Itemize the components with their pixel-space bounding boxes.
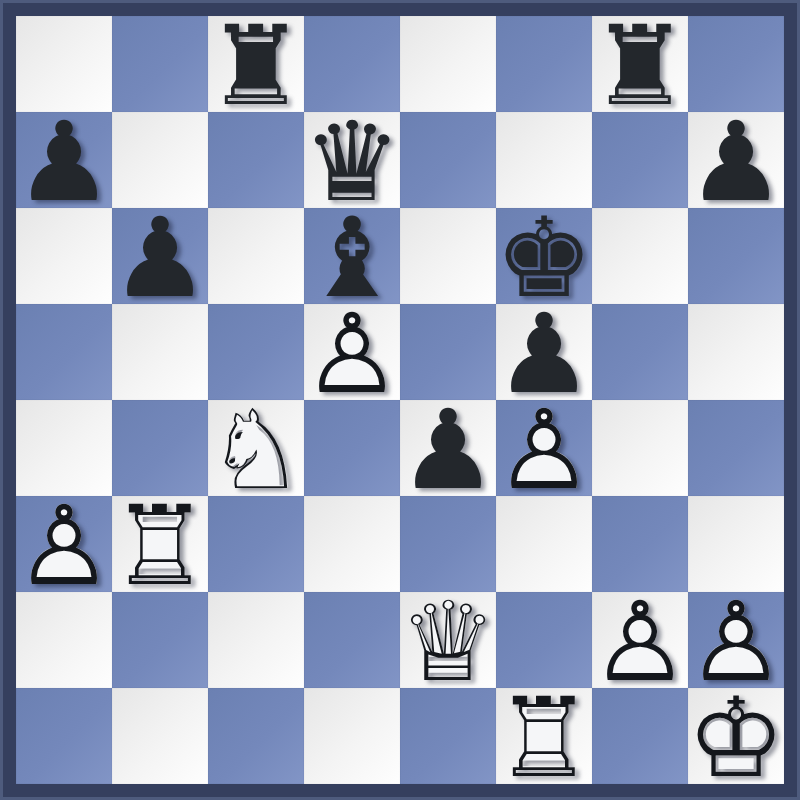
black-rook-icon: ♜ — [592, 18, 688, 114]
square-a7[interactable]: ♟ — [16, 112, 112, 208]
square-b7[interactable] — [112, 112, 208, 208]
white-pawn-outline-icon: ♙ — [16, 498, 112, 594]
square-h4[interactable] — [688, 400, 784, 496]
square-c8[interactable]: ♜ — [208, 16, 304, 112]
white-pawn-fill-icon: ♟ — [304, 306, 400, 402]
square-e2[interactable]: ♛♕ — [400, 592, 496, 688]
square-h8[interactable] — [688, 16, 784, 112]
square-d7[interactable]: ♛ — [304, 112, 400, 208]
piece-black-pawn-f5[interactable]: ♟ — [496, 304, 592, 400]
square-e1[interactable] — [400, 688, 496, 784]
black-pawn-icon: ♟ — [496, 306, 592, 402]
black-pawn-icon: ♟ — [400, 402, 496, 498]
square-b1[interactable] — [112, 688, 208, 784]
square-e6[interactable] — [400, 208, 496, 304]
piece-white-pawn-h2[interactable]: ♟♙ — [688, 592, 784, 688]
square-b6[interactable]: ♟ — [112, 208, 208, 304]
square-h3[interactable] — [688, 496, 784, 592]
square-g2[interactable]: ♟♙ — [592, 592, 688, 688]
white-king-fill-icon: ♚ — [688, 690, 784, 786]
piece-black-rook-c8[interactable]: ♜ — [208, 16, 304, 112]
piece-white-rook-f1[interactable]: ♜♖ — [496, 688, 592, 784]
black-pawn-icon: ♟ — [112, 210, 208, 306]
square-e3[interactable] — [400, 496, 496, 592]
white-pawn-fill-icon: ♟ — [16, 498, 112, 594]
square-e8[interactable] — [400, 16, 496, 112]
black-rook-icon: ♜ — [208, 18, 304, 114]
white-knight-fill-icon: ♞ — [208, 402, 304, 498]
black-bishop-icon: ♝ — [304, 210, 400, 306]
square-f2[interactable] — [496, 592, 592, 688]
piece-black-king-f6[interactable]: ♚ — [496, 208, 592, 304]
square-a2[interactable] — [16, 592, 112, 688]
square-h6[interactable] — [688, 208, 784, 304]
white-rook-outline-icon: ♖ — [496, 690, 592, 786]
black-king-icon: ♚ — [496, 210, 592, 306]
piece-white-rook-b3[interactable]: ♜♖ — [112, 496, 208, 592]
white-rook-fill-icon: ♜ — [496, 690, 592, 786]
square-d6[interactable]: ♝ — [304, 208, 400, 304]
square-c4[interactable]: ♞♘ — [208, 400, 304, 496]
piece-white-pawn-f4[interactable]: ♟♙ — [496, 400, 592, 496]
square-a4[interactable] — [16, 400, 112, 496]
square-a6[interactable] — [16, 208, 112, 304]
square-b2[interactable] — [112, 592, 208, 688]
square-c6[interactable] — [208, 208, 304, 304]
square-c2[interactable] — [208, 592, 304, 688]
square-a3[interactable]: ♟♙ — [16, 496, 112, 592]
white-pawn-outline-icon: ♙ — [304, 306, 400, 402]
white-pawn-fill-icon: ♟ — [688, 594, 784, 690]
white-pawn-fill-icon: ♟ — [592, 594, 688, 690]
square-d3[interactable] — [304, 496, 400, 592]
square-f8[interactable] — [496, 16, 592, 112]
square-c1[interactable] — [208, 688, 304, 784]
square-g5[interactable] — [592, 304, 688, 400]
white-queen-fill-icon: ♛ — [400, 594, 496, 690]
square-d8[interactable] — [304, 16, 400, 112]
square-a5[interactable] — [16, 304, 112, 400]
piece-black-pawn-a7[interactable]: ♟ — [16, 112, 112, 208]
square-d5[interactable]: ♟♙ — [304, 304, 400, 400]
square-g6[interactable] — [592, 208, 688, 304]
piece-white-king-h1[interactable]: ♚♔ — [688, 688, 784, 784]
square-e7[interactable] — [400, 112, 496, 208]
chess-board-frame: ♜♜♟♛♟♟♝♚♟♙♟♞♘♟♟♙♟♙♜♖♛♕♟♙♟♙♜♖♚♔ — [0, 0, 800, 800]
square-g7[interactable] — [592, 112, 688, 208]
square-f1[interactable]: ♜♖ — [496, 688, 592, 784]
square-c5[interactable] — [208, 304, 304, 400]
square-g8[interactable]: ♜ — [592, 16, 688, 112]
square-d2[interactable] — [304, 592, 400, 688]
square-a1[interactable] — [16, 688, 112, 784]
piece-black-rook-g8[interactable]: ♜ — [592, 16, 688, 112]
square-f6[interactable]: ♚ — [496, 208, 592, 304]
square-g1[interactable] — [592, 688, 688, 784]
square-f5[interactable]: ♟ — [496, 304, 592, 400]
white-rook-fill-icon: ♜ — [112, 498, 208, 594]
white-knight-outline-icon: ♘ — [208, 402, 304, 498]
piece-white-queen-e2[interactable]: ♛♕ — [400, 592, 496, 688]
square-f3[interactable] — [496, 496, 592, 592]
square-b3[interactable]: ♜♖ — [112, 496, 208, 592]
piece-white-pawn-d5[interactable]: ♟♙ — [304, 304, 400, 400]
square-h5[interactable] — [688, 304, 784, 400]
black-pawn-icon: ♟ — [688, 114, 784, 210]
chess-board: ♜♜♟♛♟♟♝♚♟♙♟♞♘♟♟♙♟♙♜♖♛♕♟♙♟♙♜♖♚♔ — [16, 16, 784, 784]
square-a8[interactable] — [16, 16, 112, 112]
square-h1[interactable]: ♚♔ — [688, 688, 784, 784]
square-f7[interactable] — [496, 112, 592, 208]
piece-black-queen-d7[interactable]: ♛ — [304, 112, 400, 208]
piece-white-knight-c4[interactable]: ♞♘ — [208, 400, 304, 496]
white-queen-outline-icon: ♕ — [400, 594, 496, 690]
piece-black-pawn-h7[interactable]: ♟ — [688, 112, 784, 208]
white-pawn-outline-icon: ♙ — [592, 594, 688, 690]
square-b5[interactable] — [112, 304, 208, 400]
square-c3[interactable] — [208, 496, 304, 592]
square-c7[interactable] — [208, 112, 304, 208]
square-b4[interactable] — [112, 400, 208, 496]
white-pawn-outline-icon: ♙ — [496, 402, 592, 498]
square-b8[interactable] — [112, 16, 208, 112]
white-king-outline-icon: ♔ — [688, 690, 784, 786]
square-d1[interactable] — [304, 688, 400, 784]
white-pawn-fill-icon: ♟ — [496, 402, 592, 498]
piece-black-pawn-e4[interactable]: ♟ — [400, 400, 496, 496]
square-g4[interactable] — [592, 400, 688, 496]
piece-black-bishop-d6[interactable]: ♝ — [304, 208, 400, 304]
white-pawn-outline-icon: ♙ — [688, 594, 784, 690]
black-queen-icon: ♛ — [304, 114, 400, 210]
black-pawn-icon: ♟ — [16, 114, 112, 210]
square-g3[interactable] — [592, 496, 688, 592]
square-h7[interactable]: ♟ — [688, 112, 784, 208]
square-e4[interactable]: ♟ — [400, 400, 496, 496]
square-h2[interactable]: ♟♙ — [688, 592, 784, 688]
square-d4[interactable] — [304, 400, 400, 496]
piece-white-pawn-a3[interactable]: ♟♙ — [16, 496, 112, 592]
piece-white-pawn-g2[interactable]: ♟♙ — [592, 592, 688, 688]
white-rook-outline-icon: ♖ — [112, 498, 208, 594]
square-e5[interactable] — [400, 304, 496, 400]
piece-black-pawn-b6[interactable]: ♟ — [112, 208, 208, 304]
square-f4[interactable]: ♟♙ — [496, 400, 592, 496]
